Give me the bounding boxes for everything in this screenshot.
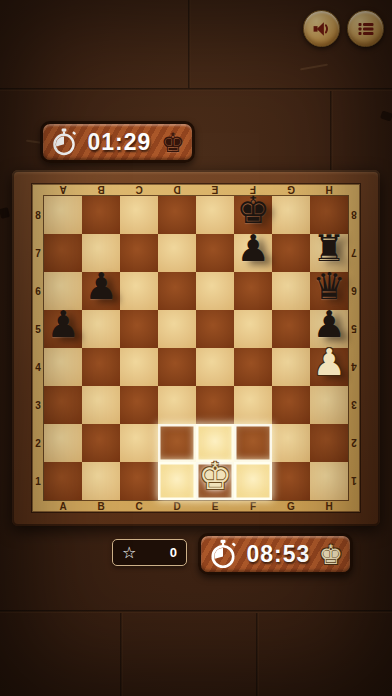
square-a8[interactable] bbox=[44, 196, 82, 234]
black-queen-h6[interactable]: ♛ bbox=[312, 268, 345, 306]
rank-label-1: 1 bbox=[348, 462, 360, 500]
wood-scratch bbox=[300, 64, 328, 71]
file-label-d: D bbox=[158, 500, 196, 512]
square-e3[interactable] bbox=[196, 386, 234, 424]
white-king-e1[interactable]: ♚ bbox=[198, 458, 231, 496]
square-f2[interactable] bbox=[234, 424, 272, 462]
file-label-a: A bbox=[44, 184, 82, 196]
square-b8[interactable] bbox=[82, 196, 120, 234]
rank-label-6: 6 bbox=[348, 272, 360, 310]
black-king-icon: ♚ bbox=[161, 129, 185, 156]
square-d5[interactable] bbox=[158, 310, 196, 348]
square-a1[interactable] bbox=[44, 462, 82, 500]
square-e1[interactable]: ♚ bbox=[196, 462, 234, 500]
wood-seam bbox=[0, 88, 392, 91]
rank-label-2: 2 bbox=[348, 424, 360, 462]
rank-label-2: 2 bbox=[32, 424, 44, 462]
board-squares-grid: ♚♟♜♟♛♟♟♟♚ bbox=[44, 196, 348, 500]
black-pawn-b6[interactable]: ♟ bbox=[84, 268, 117, 306]
square-d7[interactable] bbox=[158, 234, 196, 272]
file-label-h: H bbox=[310, 500, 348, 512]
stopwatch-icon bbox=[50, 128, 78, 156]
file-label-h: H bbox=[310, 184, 348, 196]
file-labels-top: ABCDEFGH bbox=[44, 184, 348, 196]
black-pawn-h5[interactable]: ♟ bbox=[312, 306, 345, 344]
file-labels-bottom: ABCDEFGH bbox=[44, 500, 348, 512]
square-g1[interactable] bbox=[272, 462, 310, 500]
wood-notch bbox=[0, 207, 10, 219]
square-a4[interactable] bbox=[44, 348, 82, 386]
square-d3[interactable] bbox=[158, 386, 196, 424]
square-g6[interactable] bbox=[272, 272, 310, 310]
square-c4[interactable] bbox=[120, 348, 158, 386]
square-b5[interactable] bbox=[82, 310, 120, 348]
square-b3[interactable] bbox=[82, 386, 120, 424]
file-label-f: F bbox=[234, 500, 272, 512]
rank-label-4: 4 bbox=[348, 348, 360, 386]
square-a5[interactable]: ♟ bbox=[44, 310, 82, 348]
rank-label-5: 5 bbox=[32, 310, 44, 348]
square-e7[interactable] bbox=[196, 234, 234, 272]
square-g3[interactable] bbox=[272, 386, 310, 424]
black-pawn-f7[interactable]: ♟ bbox=[236, 230, 269, 268]
sound-button[interactable] bbox=[303, 10, 340, 47]
square-d2[interactable] bbox=[158, 424, 196, 462]
black-king-f8[interactable]: ♚ bbox=[236, 192, 269, 230]
menu-button[interactable] bbox=[347, 10, 384, 47]
square-a7[interactable] bbox=[44, 234, 82, 272]
square-f7[interactable]: ♟ bbox=[234, 234, 272, 272]
star-count: 0 bbox=[170, 545, 177, 560]
square-a2[interactable] bbox=[44, 424, 82, 462]
wood-seam bbox=[0, 610, 392, 613]
star-icon: ☆ bbox=[122, 545, 136, 561]
wood-seam bbox=[256, 613, 259, 696]
chess-board-frame: ABCDEFGH ABCDEFGH 87654321 87654321 ♚♟♜♟… bbox=[12, 170, 380, 526]
white-clock-time: 08:53 bbox=[246, 541, 310, 568]
square-h2[interactable] bbox=[310, 424, 348, 462]
square-c3[interactable] bbox=[120, 386, 158, 424]
black-pawn-a5[interactable]: ♟ bbox=[46, 306, 79, 344]
square-d8[interactable] bbox=[158, 196, 196, 234]
wood-seam bbox=[120, 613, 123, 696]
rank-label-3: 3 bbox=[32, 386, 44, 424]
file-label-c: C bbox=[120, 500, 158, 512]
speaker-icon bbox=[312, 19, 331, 38]
square-b6[interactable]: ♟ bbox=[82, 272, 120, 310]
square-h3[interactable] bbox=[310, 386, 348, 424]
chess-board: ABCDEFGH ABCDEFGH 87654321 87654321 ♚♟♜♟… bbox=[32, 184, 360, 512]
rank-label-1: 1 bbox=[32, 462, 44, 500]
rank-label-4: 4 bbox=[32, 348, 44, 386]
square-e6[interactable] bbox=[196, 272, 234, 310]
rank-labels-right: 87654321 bbox=[348, 196, 360, 500]
file-label-a: A bbox=[44, 500, 82, 512]
rank-label-7: 7 bbox=[348, 234, 360, 272]
file-label-g: G bbox=[272, 184, 310, 196]
white-king-icon: ♚ bbox=[319, 541, 343, 568]
rank-label-7: 7 bbox=[32, 234, 44, 272]
menu-list-icon bbox=[357, 20, 375, 38]
file-label-b: B bbox=[82, 184, 120, 196]
square-d4[interactable] bbox=[158, 348, 196, 386]
square-e4[interactable] bbox=[196, 348, 234, 386]
black-rook-h7[interactable]: ♜ bbox=[312, 230, 345, 268]
square-c7[interactable] bbox=[120, 234, 158, 272]
square-c8[interactable] bbox=[120, 196, 158, 234]
square-d1[interactable] bbox=[158, 462, 196, 500]
wood-seam bbox=[188, 0, 191, 88]
file-label-e: E bbox=[196, 184, 234, 196]
rank-label-6: 6 bbox=[32, 272, 44, 310]
black-player-clock: 01:29 ♚ bbox=[40, 121, 195, 163]
file-label-e: E bbox=[196, 500, 234, 512]
black-clock-time: 01:29 bbox=[87, 129, 151, 156]
square-c1[interactable] bbox=[120, 462, 158, 500]
square-d6[interactable] bbox=[158, 272, 196, 310]
rank-labels-left: 87654321 bbox=[32, 196, 44, 500]
square-b1[interactable] bbox=[82, 462, 120, 500]
square-h1[interactable] bbox=[310, 462, 348, 500]
wood-seam bbox=[330, 91, 333, 170]
square-b4[interactable] bbox=[82, 348, 120, 386]
rank-label-3: 3 bbox=[348, 386, 360, 424]
file-label-d: D bbox=[158, 184, 196, 196]
square-e8[interactable] bbox=[196, 196, 234, 234]
square-f3[interactable] bbox=[234, 386, 272, 424]
square-g8[interactable] bbox=[272, 196, 310, 234]
square-c5[interactable] bbox=[120, 310, 158, 348]
rank-label-8: 8 bbox=[32, 196, 44, 234]
rank-label-8: 8 bbox=[348, 196, 360, 234]
white-pawn-h4[interactable]: ♟ bbox=[312, 344, 345, 382]
white-player-clock: 08:53 ♚ bbox=[198, 533, 353, 575]
stopwatch-icon bbox=[208, 539, 238, 569]
square-c2[interactable] bbox=[120, 424, 158, 462]
file-label-b: B bbox=[82, 500, 120, 512]
square-e5[interactable] bbox=[196, 310, 234, 348]
wood-notch bbox=[380, 110, 392, 121]
square-g7[interactable] bbox=[272, 234, 310, 272]
star-score-badge: ☆ 0 bbox=[112, 539, 187, 566]
square-g2[interactable] bbox=[272, 424, 310, 462]
rank-label-5: 5 bbox=[348, 310, 360, 348]
file-label-g: G bbox=[272, 500, 310, 512]
square-f4[interactable] bbox=[234, 348, 272, 386]
square-a3[interactable] bbox=[44, 386, 82, 424]
square-h4[interactable]: ♟ bbox=[310, 348, 348, 386]
square-f5[interactable] bbox=[234, 310, 272, 348]
square-c6[interactable] bbox=[120, 272, 158, 310]
square-f1[interactable] bbox=[234, 462, 272, 500]
square-g4[interactable] bbox=[272, 348, 310, 386]
square-g5[interactable] bbox=[272, 310, 310, 348]
square-b2[interactable] bbox=[82, 424, 120, 462]
file-label-c: C bbox=[120, 184, 158, 196]
square-f6[interactable] bbox=[234, 272, 272, 310]
